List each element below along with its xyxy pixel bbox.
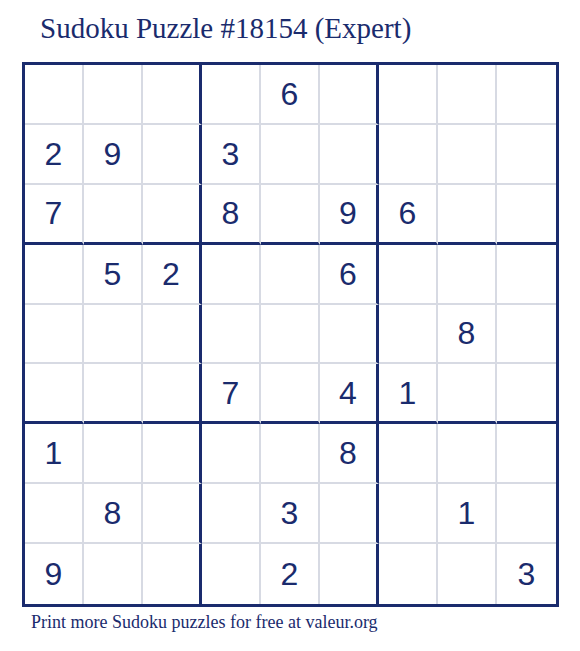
page-title: Sudoku Puzzle #18154 (Expert)	[40, 12, 411, 45]
cell-r4c2: 5	[84, 245, 143, 305]
cell-r6c9-empty	[497, 364, 556, 424]
cell-r7c9-empty	[497, 424, 556, 484]
sudoku-board: 62937896526874118831923	[22, 62, 559, 607]
cell-r5c3-empty	[143, 305, 202, 365]
cell-r5c9-empty	[497, 305, 556, 365]
cell-r9c4-empty	[202, 544, 261, 604]
cell-r5c6-empty	[320, 305, 379, 365]
cell-r8c3-empty	[143, 484, 202, 544]
cell-r5c5-empty	[261, 305, 320, 365]
cell-r3c8-empty	[438, 185, 497, 245]
given-digit: 3	[222, 138, 240, 170]
cell-r1c7-empty	[379, 65, 438, 125]
given-digit: 1	[399, 377, 417, 409]
cell-r4c8-empty	[438, 245, 497, 305]
cell-r1c4-empty	[202, 65, 261, 125]
cell-r4c3: 2	[143, 245, 202, 305]
cell-r2c9-empty	[497, 125, 556, 185]
given-digit: 5	[104, 258, 122, 290]
cell-r5c2-empty	[84, 305, 143, 365]
given-digit: 1	[458, 497, 476, 529]
cell-r1c1-empty	[25, 65, 84, 125]
given-digit: 8	[458, 317, 476, 349]
given-digit: 6	[339, 258, 357, 290]
given-digit: 8	[222, 197, 240, 229]
cell-r1c5: 6	[261, 65, 320, 125]
cell-r8c8: 1	[438, 484, 497, 544]
cell-r6c2-empty	[84, 364, 143, 424]
cell-r7c7-empty	[379, 424, 438, 484]
cell-r5c4-empty	[202, 305, 261, 365]
cell-r3c1: 7	[25, 185, 84, 245]
cell-r9c2-empty	[84, 544, 143, 604]
cell-r2c1: 2	[25, 125, 84, 185]
given-digit: 8	[104, 497, 122, 529]
given-digit: 6	[399, 197, 417, 229]
cell-r9c7-empty	[379, 544, 438, 604]
cell-r8c5: 3	[261, 484, 320, 544]
cell-r3c9-empty	[497, 185, 556, 245]
cell-r5c7-empty	[379, 305, 438, 365]
cell-r9c6-empty	[320, 544, 379, 604]
cell-r9c9: 3	[497, 544, 556, 604]
given-digit: 9	[45, 558, 63, 590]
cell-r2c5-empty	[261, 125, 320, 185]
cell-r8c7-empty	[379, 484, 438, 544]
cell-r8c2: 8	[84, 484, 143, 544]
cell-r8c9-empty	[497, 484, 556, 544]
cell-r8c6-empty	[320, 484, 379, 544]
cell-r5c1-empty	[25, 305, 84, 365]
cell-r1c3-empty	[143, 65, 202, 125]
cell-r4c4-empty	[202, 245, 261, 305]
cell-r8c1-empty	[25, 484, 84, 544]
cell-r7c4-empty	[202, 424, 261, 484]
cell-r4c7-empty	[379, 245, 438, 305]
cell-r1c8-empty	[438, 65, 497, 125]
given-digit: 2	[281, 558, 299, 590]
cell-r6c3-empty	[143, 364, 202, 424]
cell-r2c4: 3	[202, 125, 261, 185]
cell-r6c5-empty	[261, 364, 320, 424]
cell-r6c1-empty	[25, 364, 84, 424]
given-digit: 7	[45, 197, 63, 229]
cell-r1c6-empty	[320, 65, 379, 125]
given-digit: 9	[104, 138, 122, 170]
cell-r9c1: 9	[25, 544, 84, 604]
cell-r6c6: 4	[320, 364, 379, 424]
cell-r6c7: 1	[379, 364, 438, 424]
cell-r9c3-empty	[143, 544, 202, 604]
cell-r2c8-empty	[438, 125, 497, 185]
given-digit: 9	[339, 197, 357, 229]
given-digit: 7	[222, 377, 240, 409]
cell-r4c6: 6	[320, 245, 379, 305]
cell-r7c3-empty	[143, 424, 202, 484]
cell-r7c5-empty	[261, 424, 320, 484]
footer-text: Print more Sudoku puzzles for free at va…	[31, 612, 378, 633]
cell-r7c6: 8	[320, 424, 379, 484]
cell-r3c7: 6	[379, 185, 438, 245]
given-digit: 6	[281, 78, 299, 110]
given-digit: 2	[45, 138, 63, 170]
cell-r3c2-empty	[84, 185, 143, 245]
cell-r6c4: 7	[202, 364, 261, 424]
cell-r2c7-empty	[379, 125, 438, 185]
cell-r2c2: 9	[84, 125, 143, 185]
cell-r6c8-empty	[438, 364, 497, 424]
cell-r4c1-empty	[25, 245, 84, 305]
given-digit: 8	[339, 437, 357, 469]
given-digit: 4	[339, 377, 357, 409]
cell-r9c5: 2	[261, 544, 320, 604]
cell-r5c8: 8	[438, 305, 497, 365]
cell-r1c2-empty	[84, 65, 143, 125]
cell-r3c6: 9	[320, 185, 379, 245]
cell-r4c9-empty	[497, 245, 556, 305]
cell-r9c8-empty	[438, 544, 497, 604]
cell-r4c5-empty	[261, 245, 320, 305]
cell-r1c9-empty	[497, 65, 556, 125]
cell-r7c1: 1	[25, 424, 84, 484]
cell-r3c3-empty	[143, 185, 202, 245]
cell-r2c6-empty	[320, 125, 379, 185]
cell-r3c4: 8	[202, 185, 261, 245]
given-digit: 3	[518, 558, 536, 590]
cell-r7c2-empty	[84, 424, 143, 484]
given-digit: 2	[162, 258, 180, 290]
cell-r8c4-empty	[202, 484, 261, 544]
cell-r3c5-empty	[261, 185, 320, 245]
cell-r2c3-empty	[143, 125, 202, 185]
given-digit: 3	[281, 497, 299, 529]
cell-r7c8-empty	[438, 424, 497, 484]
given-digit: 1	[45, 437, 63, 469]
